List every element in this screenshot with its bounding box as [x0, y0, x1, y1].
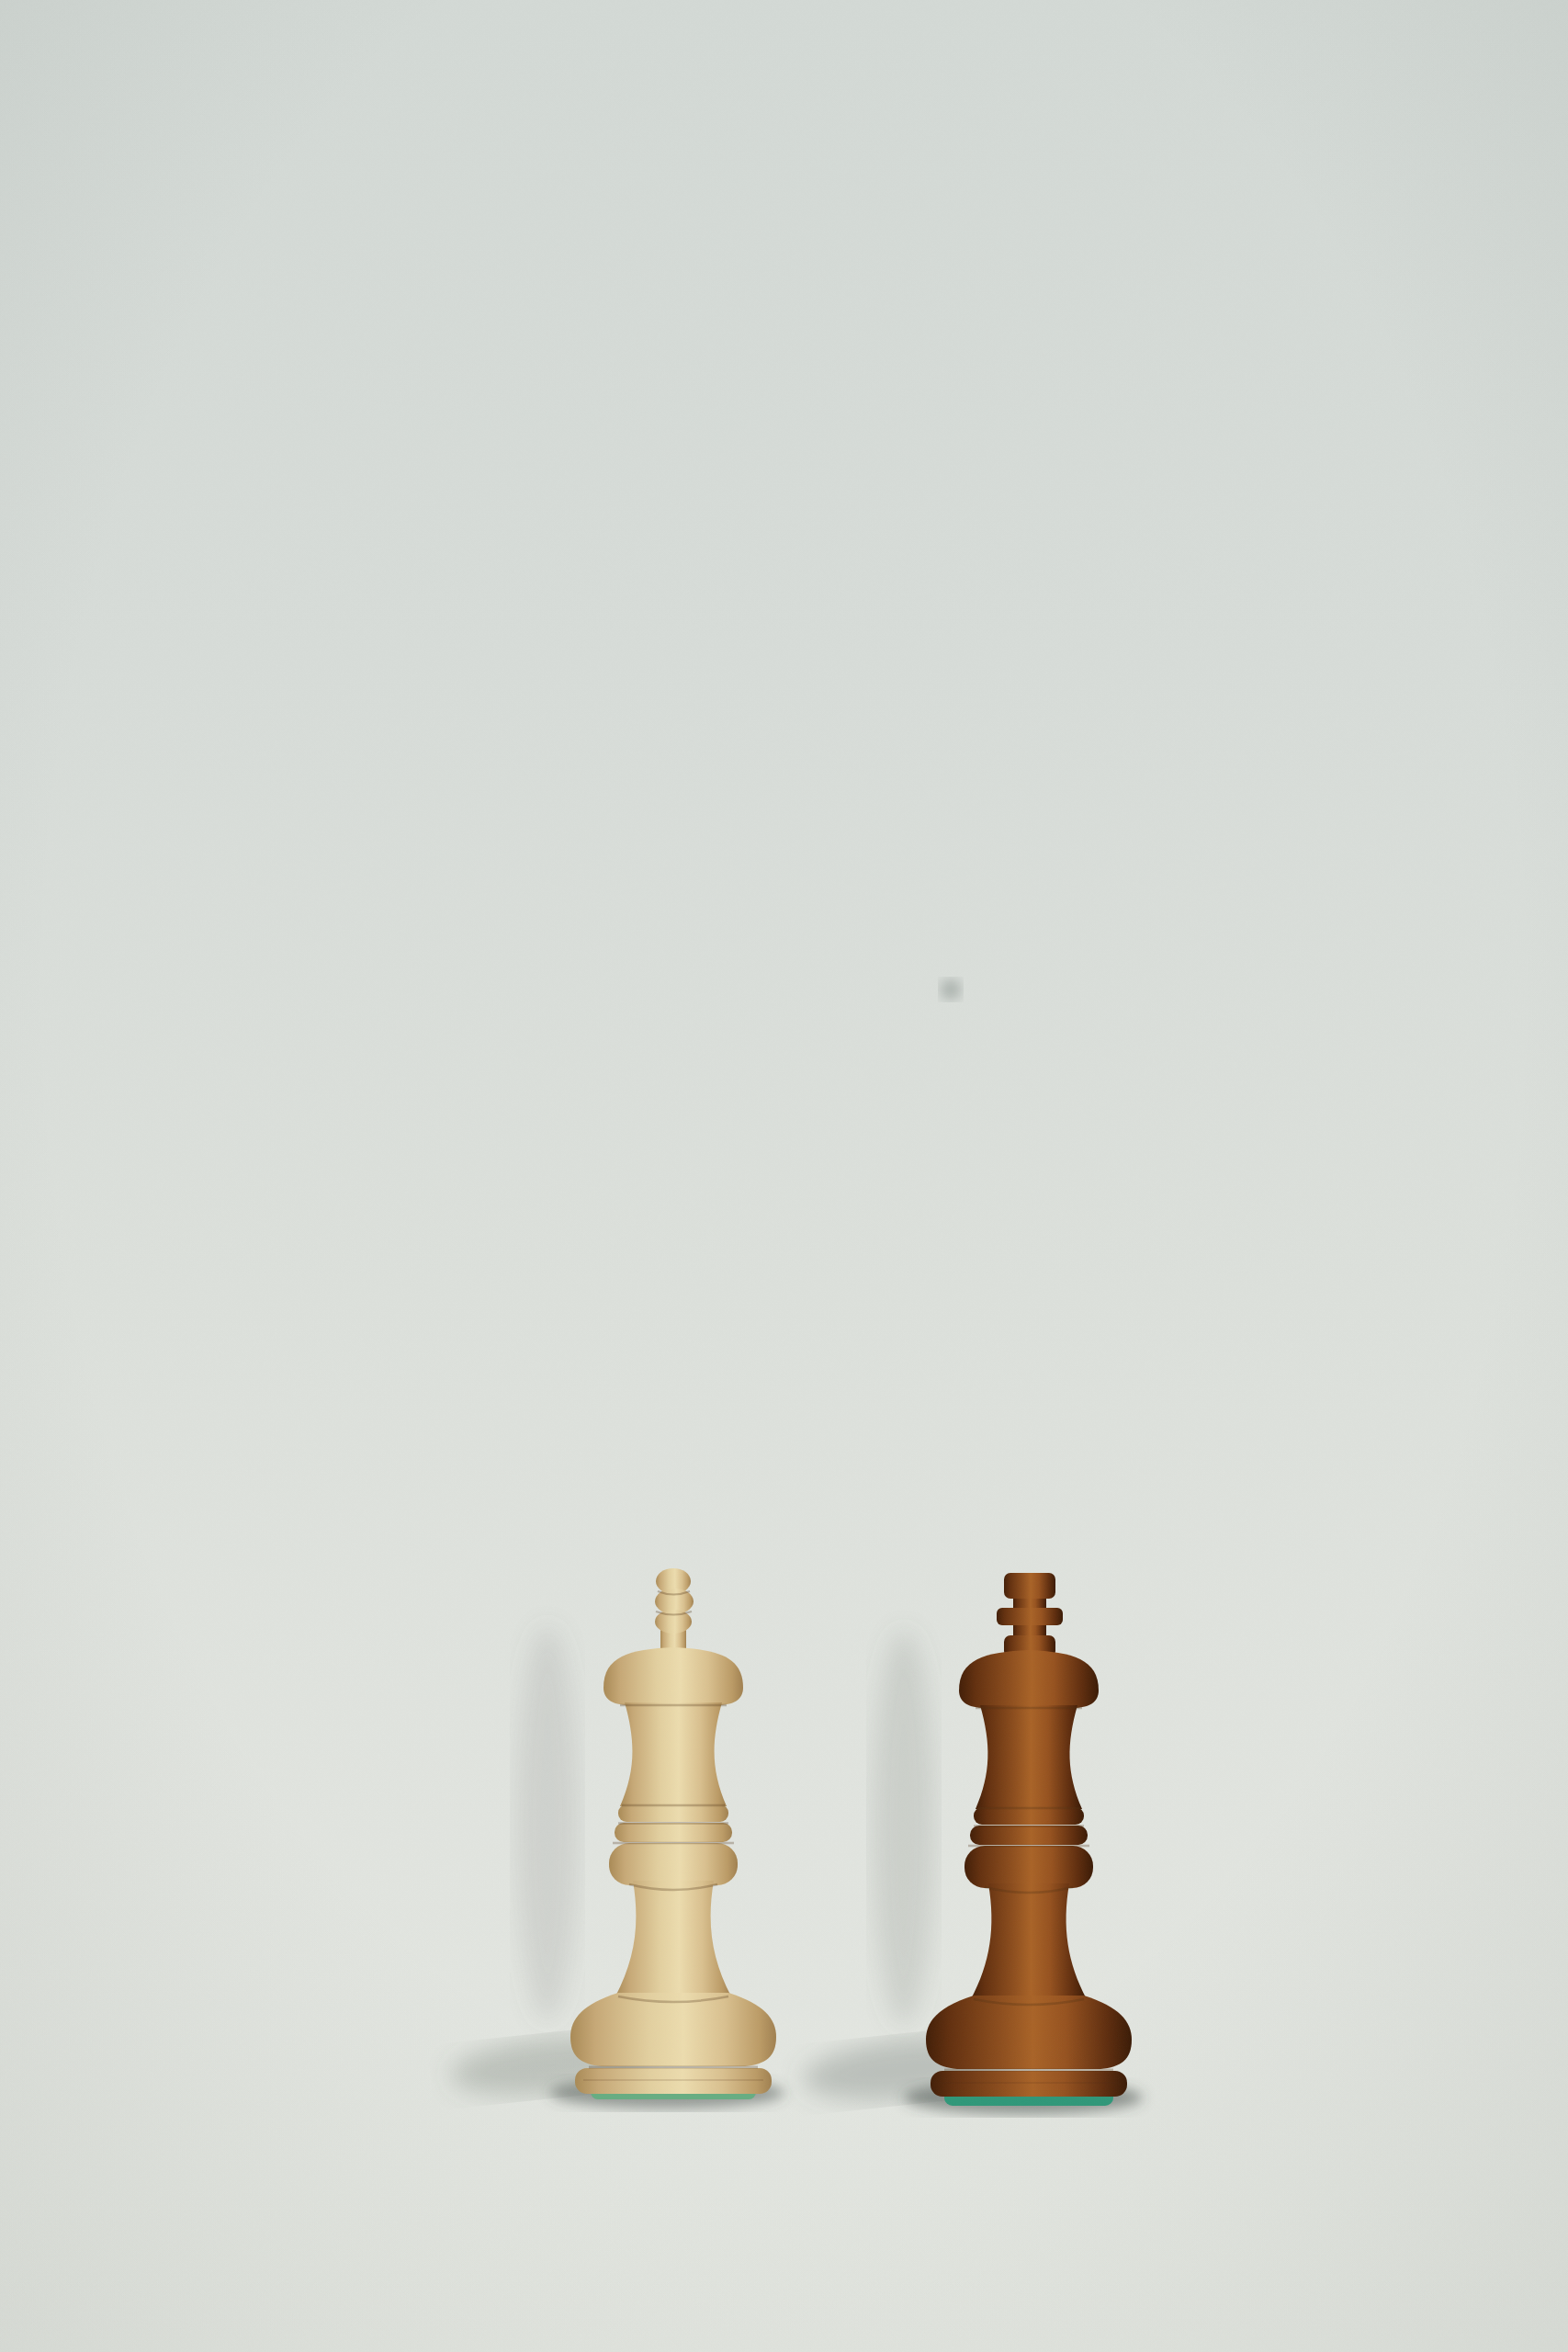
- scene-svg: Minimal studio photograph: two wooden St…: [0, 0, 1568, 2352]
- photo-backdrop: Minimal studio photograph: two wooden St…: [0, 0, 1568, 2352]
- film-grain-overlay: [0, 0, 1568, 2352]
